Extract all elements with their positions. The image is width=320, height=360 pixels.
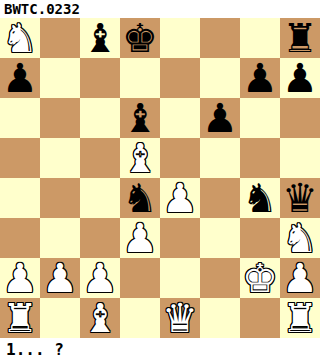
- square-c4[interactable]: [80, 178, 120, 218]
- square-c3[interactable]: [80, 218, 120, 258]
- square-c7[interactable]: [80, 58, 120, 98]
- square-h5[interactable]: [280, 138, 320, 178]
- square-b2[interactable]: ♟: [40, 258, 80, 298]
- square-d1[interactable]: [120, 298, 160, 338]
- square-e2[interactable]: [160, 258, 200, 298]
- square-g2[interactable]: ♚: [240, 258, 280, 298]
- square-d8[interactable]: ♚: [120, 18, 160, 58]
- black-bishop-piece[interactable]: ♝: [82, 18, 118, 58]
- white-pawn-piece[interactable]: ♟: [162, 178, 198, 218]
- white-rook-piece[interactable]: ♜: [2, 298, 38, 338]
- square-h2[interactable]: ♟: [280, 258, 320, 298]
- square-g3[interactable]: [240, 218, 280, 258]
- square-f6[interactable]: ♟: [200, 98, 240, 138]
- square-g5[interactable]: [240, 138, 280, 178]
- square-a5[interactable]: [0, 138, 40, 178]
- square-c2[interactable]: ♟: [80, 258, 120, 298]
- square-g6[interactable]: [240, 98, 280, 138]
- white-pawn-piece[interactable]: ♟: [282, 258, 318, 298]
- square-h4[interactable]: ♛: [280, 178, 320, 218]
- square-c8[interactable]: ♝: [80, 18, 120, 58]
- move-prompt: 1... ?: [0, 338, 320, 360]
- square-h6[interactable]: [280, 98, 320, 138]
- square-b3[interactable]: [40, 218, 80, 258]
- square-g1[interactable]: [240, 298, 280, 338]
- black-knight-piece[interactable]: ♞: [242, 178, 278, 218]
- square-d6[interactable]: ♝: [120, 98, 160, 138]
- white-rook-piece[interactable]: ♜: [282, 298, 318, 338]
- white-pawn-piece[interactable]: ♟: [2, 258, 38, 298]
- square-f2[interactable]: [200, 258, 240, 298]
- black-pawn-piece[interactable]: ♟: [242, 58, 278, 98]
- black-queen-piece[interactable]: ♛: [282, 178, 318, 218]
- square-c5[interactable]: [80, 138, 120, 178]
- square-e3[interactable]: [160, 218, 200, 258]
- white-pawn-piece[interactable]: ♟: [82, 258, 118, 298]
- white-bishop-piece[interactable]: ♝: [82, 298, 118, 338]
- square-h3[interactable]: ♞: [280, 218, 320, 258]
- square-c6[interactable]: [80, 98, 120, 138]
- black-rook-piece[interactable]: ♜: [282, 18, 318, 58]
- square-d5[interactable]: ♝: [120, 138, 160, 178]
- square-e4[interactable]: ♟: [160, 178, 200, 218]
- square-f3[interactable]: [200, 218, 240, 258]
- square-h8[interactable]: ♜: [280, 18, 320, 58]
- square-b4[interactable]: [40, 178, 80, 218]
- white-queen-piece[interactable]: ♛: [162, 298, 198, 338]
- square-e8[interactable]: [160, 18, 200, 58]
- square-d7[interactable]: [120, 58, 160, 98]
- square-f4[interactable]: [200, 178, 240, 218]
- square-a8[interactable]: ♞: [0, 18, 40, 58]
- square-b1[interactable]: [40, 298, 80, 338]
- square-h7[interactable]: ♟: [280, 58, 320, 98]
- square-g8[interactable]: [240, 18, 280, 58]
- square-d2[interactable]: [120, 258, 160, 298]
- square-b6[interactable]: [40, 98, 80, 138]
- square-c1[interactable]: ♝: [80, 298, 120, 338]
- black-king-piece[interactable]: ♚: [122, 18, 158, 58]
- chess-board: ♞♝♚♜♟♟♟♝♟♝♞♟♞♛♟♞♟♟♟♚♟♜♝♛♜: [0, 18, 320, 338]
- white-king-piece[interactable]: ♚: [242, 258, 278, 298]
- white-bishop-piece[interactable]: ♝: [122, 138, 158, 178]
- black-pawn-piece[interactable]: ♟: [2, 58, 38, 98]
- square-f8[interactable]: [200, 18, 240, 58]
- square-a6[interactable]: [0, 98, 40, 138]
- square-f5[interactable]: [200, 138, 240, 178]
- square-e5[interactable]: [160, 138, 200, 178]
- square-a2[interactable]: ♟: [0, 258, 40, 298]
- square-g7[interactable]: ♟: [240, 58, 280, 98]
- square-f7[interactable]: [200, 58, 240, 98]
- square-a4[interactable]: [0, 178, 40, 218]
- square-b7[interactable]: [40, 58, 80, 98]
- black-pawn-piece[interactable]: ♟: [202, 98, 238, 138]
- square-d4[interactable]: ♞: [120, 178, 160, 218]
- white-pawn-piece[interactable]: ♟: [122, 218, 158, 258]
- square-b8[interactable]: [40, 18, 80, 58]
- square-g4[interactable]: ♞: [240, 178, 280, 218]
- square-a7[interactable]: ♟: [0, 58, 40, 98]
- square-d3[interactable]: ♟: [120, 218, 160, 258]
- square-e1[interactable]: ♛: [160, 298, 200, 338]
- black-bishop-piece[interactable]: ♝: [122, 98, 158, 138]
- puzzle-title: BWTC.0232: [0, 0, 320, 18]
- white-pawn-piece[interactable]: ♟: [42, 258, 78, 298]
- chess-app-window: BWTC.0232 ♞♝♚♜♟♟♟♝♟♝♞♟♞♛♟♞♟♟♟♚♟♜♝♛♜ 1...…: [0, 0, 320, 360]
- square-e6[interactable]: [160, 98, 200, 138]
- white-knight-piece[interactable]: ♞: [282, 218, 318, 258]
- square-e7[interactable]: [160, 58, 200, 98]
- square-a3[interactable]: [0, 218, 40, 258]
- square-f1[interactable]: [200, 298, 240, 338]
- square-b5[interactable]: [40, 138, 80, 178]
- square-h1[interactable]: ♜: [280, 298, 320, 338]
- square-a1[interactable]: ♜: [0, 298, 40, 338]
- black-knight-piece[interactable]: ♞: [122, 178, 158, 218]
- white-knight-piece[interactable]: ♞: [2, 18, 38, 58]
- black-pawn-piece[interactable]: ♟: [282, 58, 318, 98]
